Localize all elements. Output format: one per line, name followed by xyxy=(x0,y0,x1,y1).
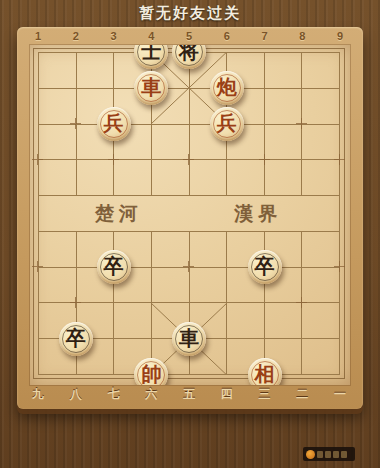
watermark-logo-icon xyxy=(306,450,315,459)
top-coord-label: 3 xyxy=(110,30,116,42)
top-coord-label: 6 xyxy=(224,30,230,42)
piece-glyph: 車 xyxy=(141,77,161,97)
black-advisor-piece[interactable]: 士 xyxy=(134,45,168,69)
watermark-badge xyxy=(303,447,355,461)
page-title: 暂无好友过关 xyxy=(0,4,380,23)
red-cannon-piece[interactable]: 炮 xyxy=(210,71,244,105)
red-soldier-piece[interactable]: 兵 xyxy=(97,107,131,141)
piece-glyph: 炮 xyxy=(217,77,237,97)
piece-glyph: 卒 xyxy=(255,256,275,276)
bottom-coord-label: 三 xyxy=(259,386,271,403)
top-coord-label: 8 xyxy=(299,30,305,42)
top-coord-label: 1 xyxy=(35,30,41,42)
piece-glyph: 兵 xyxy=(104,113,124,133)
piece-glyph: 士 xyxy=(141,45,161,61)
board-grid: 楚河 漢界 士将車炮兵兵卒卒卒車帥相 xyxy=(38,52,340,375)
bottom-coord-label: 九 xyxy=(32,386,44,403)
top-coord-label: 7 xyxy=(261,30,267,42)
piece-glyph: 車 xyxy=(179,328,199,348)
top-coord-label: 2 xyxy=(73,30,79,42)
bottom-coord-label: 八 xyxy=(70,386,82,403)
red-soldier-piece[interactable]: 兵 xyxy=(210,107,244,141)
bottom-coordinates: 九八七六五四三二一 xyxy=(38,386,340,402)
bottom-coord-label: 五 xyxy=(183,386,195,403)
black-general-piece[interactable]: 将 xyxy=(172,45,206,69)
black-soldier-piece[interactable]: 卒 xyxy=(97,250,131,284)
bottom-coord-label: 七 xyxy=(108,386,120,403)
top-coord-label: 5 xyxy=(186,30,192,42)
piece-glyph: 兵 xyxy=(217,113,237,133)
top-coordinates: 123456789 xyxy=(38,30,340,46)
piece-glyph: 相 xyxy=(255,364,275,384)
bottom-coord-label: 六 xyxy=(145,386,157,403)
piece-glyph: 卒 xyxy=(66,328,86,348)
xiangqi-board: 123456789 楚河 漢界 士将車炮兵兵卒卒卒車帥相 九八七六五四三二一 xyxy=(17,27,363,409)
board-field: 楚河 漢界 士将車炮兵兵卒卒卒車帥相 xyxy=(30,45,350,385)
black-soldier-piece[interactable]: 卒 xyxy=(248,250,282,284)
piece-glyph: 将 xyxy=(179,45,199,61)
red-elephant-piece[interactable]: 相 xyxy=(248,358,282,385)
black-chariot-piece[interactable]: 車 xyxy=(172,322,206,356)
piece-glyph: 卒 xyxy=(104,256,124,276)
bottom-coord-label: 四 xyxy=(221,386,233,403)
top-coord-label: 9 xyxy=(337,30,343,42)
piece-glyph: 帥 xyxy=(141,364,161,384)
red-chariot-piece[interactable]: 車 xyxy=(134,71,168,105)
bottom-coord-label: 二 xyxy=(296,386,308,403)
piece-layer: 士将車炮兵兵卒卒卒車帥相 xyxy=(38,52,340,375)
top-coord-label: 4 xyxy=(148,30,154,42)
app-screen: 暂无好友过关 123456789 楚河 漢界 士将車炮兵兵卒卒卒車帥相 九八七六… xyxy=(0,0,380,468)
black-soldier-piece[interactable]: 卒 xyxy=(59,322,93,356)
bottom-coord-label: 一 xyxy=(334,386,346,403)
red-general-piece[interactable]: 帥 xyxy=(134,358,168,385)
